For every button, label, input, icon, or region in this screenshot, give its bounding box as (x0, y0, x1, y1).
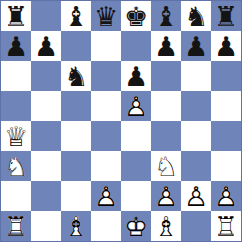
square-g8[interactable]: ♞ (181, 1, 211, 31)
piece-outline-glyph: ♗ (151, 211, 181, 241)
white-pawn[interactable]: ♟♙ (211, 181, 241, 211)
black-rook[interactable]: ♜ (211, 1, 241, 31)
square-h7[interactable]: ♟ (211, 31, 241, 61)
square-g3[interactable] (181, 151, 211, 181)
square-e2[interactable] (121, 181, 151, 211)
square-b1[interactable] (31, 211, 61, 241)
square-e3[interactable] (121, 151, 151, 181)
square-c3[interactable] (61, 151, 91, 181)
square-d5[interactable] (91, 91, 121, 121)
square-b3[interactable] (31, 151, 61, 181)
black-knight[interactable]: ♞ (181, 1, 211, 31)
white-pawn[interactable]: ♟♙ (181, 181, 211, 211)
white-bishop[interactable]: ♝♗ (151, 211, 181, 241)
square-d1[interactable] (91, 211, 121, 241)
piece-outline-glyph: ♙ (211, 181, 241, 211)
piece-outline-glyph: ♖ (211, 211, 241, 241)
square-e5[interactable]: ♟♙ (121, 91, 151, 121)
square-d4[interactable] (91, 121, 121, 151)
piece-glyph: ♟ (181, 31, 211, 61)
piece-glyph: ♝ (151, 1, 181, 31)
square-d8[interactable]: ♛ (91, 1, 121, 31)
piece-outline-glyph: ♗ (61, 211, 91, 241)
piece-outline-glyph: ♘ (1, 151, 31, 181)
square-f3[interactable]: ♞♘ (151, 151, 181, 181)
piece-outline-glyph: ♔ (121, 211, 151, 241)
square-f4[interactable] (151, 121, 181, 151)
square-h6[interactable] (211, 61, 241, 91)
piece-outline-glyph: ♖ (1, 211, 31, 241)
square-h8[interactable]: ♜ (211, 1, 241, 31)
piece-outline-glyph: ♕ (1, 121, 31, 151)
white-queen[interactable]: ♛♕ (1, 121, 31, 151)
square-b4[interactable] (31, 121, 61, 151)
white-bishop[interactable]: ♝♗ (61, 211, 91, 241)
black-bishop[interactable]: ♝ (151, 1, 181, 31)
white-knight[interactable]: ♞♘ (151, 151, 181, 181)
square-g5[interactable] (181, 91, 211, 121)
piece-glyph: ♞ (61, 61, 91, 91)
white-pawn[interactable]: ♟♙ (121, 91, 151, 121)
square-f8[interactable]: ♝ (151, 1, 181, 31)
piece-glyph: ♟ (211, 31, 241, 61)
piece-glyph: ♟ (151, 31, 181, 61)
piece-outline-glyph: ♙ (181, 181, 211, 211)
piece-outline-glyph: ♙ (91, 181, 121, 211)
square-a4[interactable]: ♛♕ (1, 121, 31, 151)
white-rook[interactable]: ♜♖ (1, 211, 31, 241)
square-f1[interactable]: ♝♗ (151, 211, 181, 241)
square-c8[interactable]: ♝ (61, 1, 91, 31)
piece-glyph: ♟ (1, 31, 31, 61)
square-h4[interactable] (211, 121, 241, 151)
square-b7[interactable]: ♟ (31, 31, 61, 61)
square-c1[interactable]: ♝♗ (61, 211, 91, 241)
piece-glyph: ♟ (121, 61, 151, 91)
square-g6[interactable] (181, 61, 211, 91)
piece-glyph: ♜ (1, 1, 31, 31)
black-queen[interactable]: ♛ (91, 1, 121, 31)
square-d2[interactable]: ♟♙ (91, 181, 121, 211)
piece-glyph: ♜ (211, 1, 241, 31)
square-g2[interactable]: ♟♙ (181, 181, 211, 211)
square-d3[interactable] (91, 151, 121, 181)
square-c2[interactable] (61, 181, 91, 211)
square-a5[interactable] (1, 91, 31, 121)
square-h2[interactable]: ♟♙ (211, 181, 241, 211)
square-f6[interactable] (151, 61, 181, 91)
square-h5[interactable] (211, 91, 241, 121)
square-b8[interactable] (31, 1, 61, 31)
square-a8[interactable]: ♜ (1, 1, 31, 31)
black-king[interactable]: ♚ (121, 1, 151, 31)
square-e4[interactable] (121, 121, 151, 151)
white-rook[interactable]: ♜♖ (211, 211, 241, 241)
black-pawn[interactable]: ♟ (121, 61, 151, 91)
square-b2[interactable] (31, 181, 61, 211)
piece-glyph: ♞ (181, 1, 211, 31)
piece-glyph: ♚ (121, 1, 151, 31)
chess-board: ♜♝♛♚♝♞♜♟♟♟♟♟♞♟♟♙♛♕♞♘♞♘♟♙♟♙♟♙♟♙♜♖♝♗♚♔♝♗♜♖ (0, 0, 242, 242)
square-g7[interactable]: ♟ (181, 31, 211, 61)
square-c7[interactable] (61, 31, 91, 61)
black-knight[interactable]: ♞ (61, 61, 91, 91)
piece-glyph: ♛ (91, 1, 121, 31)
square-a6[interactable] (1, 61, 31, 91)
square-g4[interactable] (181, 121, 211, 151)
piece-outline-glyph: ♘ (151, 151, 181, 181)
black-pawn[interactable]: ♟ (151, 31, 181, 61)
square-a1[interactable]: ♜♖ (1, 211, 31, 241)
square-a2[interactable] (1, 181, 31, 211)
square-e8[interactable]: ♚ (121, 1, 151, 31)
square-d6[interactable] (91, 61, 121, 91)
square-b6[interactable] (31, 61, 61, 91)
white-pawn[interactable]: ♟♙ (91, 181, 121, 211)
black-pawn[interactable]: ♟ (211, 31, 241, 61)
square-c6[interactable]: ♞ (61, 61, 91, 91)
black-bishop[interactable]: ♝ (61, 1, 91, 31)
piece-outline-glyph: ♙ (121, 91, 151, 121)
square-e7[interactable] (121, 31, 151, 61)
square-h3[interactable] (211, 151, 241, 181)
square-e6[interactable]: ♟ (121, 61, 151, 91)
piece-outline-glyph: ♙ (151, 181, 181, 211)
white-pawn[interactable]: ♟♙ (151, 181, 181, 211)
square-g1[interactable] (181, 211, 211, 241)
square-c4[interactable] (61, 121, 91, 151)
square-e1[interactable]: ♚♔ (121, 211, 151, 241)
black-rook[interactable]: ♜ (1, 1, 31, 31)
white-king[interactable]: ♚♔ (121, 211, 151, 241)
square-d7[interactable] (91, 31, 121, 61)
black-pawn[interactable]: ♟ (1, 31, 31, 61)
black-pawn[interactable]: ♟ (181, 31, 211, 61)
square-f7[interactable]: ♟ (151, 31, 181, 61)
square-f5[interactable] (151, 91, 181, 121)
piece-glyph: ♝ (61, 1, 91, 31)
square-a3[interactable]: ♞♘ (1, 151, 31, 181)
white-knight[interactable]: ♞♘ (1, 151, 31, 181)
black-pawn[interactable]: ♟ (31, 31, 61, 61)
square-h1[interactable]: ♜♖ (211, 211, 241, 241)
square-c5[interactable] (61, 91, 91, 121)
square-b5[interactable] (31, 91, 61, 121)
square-a7[interactable]: ♟ (1, 31, 31, 61)
piece-glyph: ♟ (31, 31, 61, 61)
square-f2[interactable]: ♟♙ (151, 181, 181, 211)
